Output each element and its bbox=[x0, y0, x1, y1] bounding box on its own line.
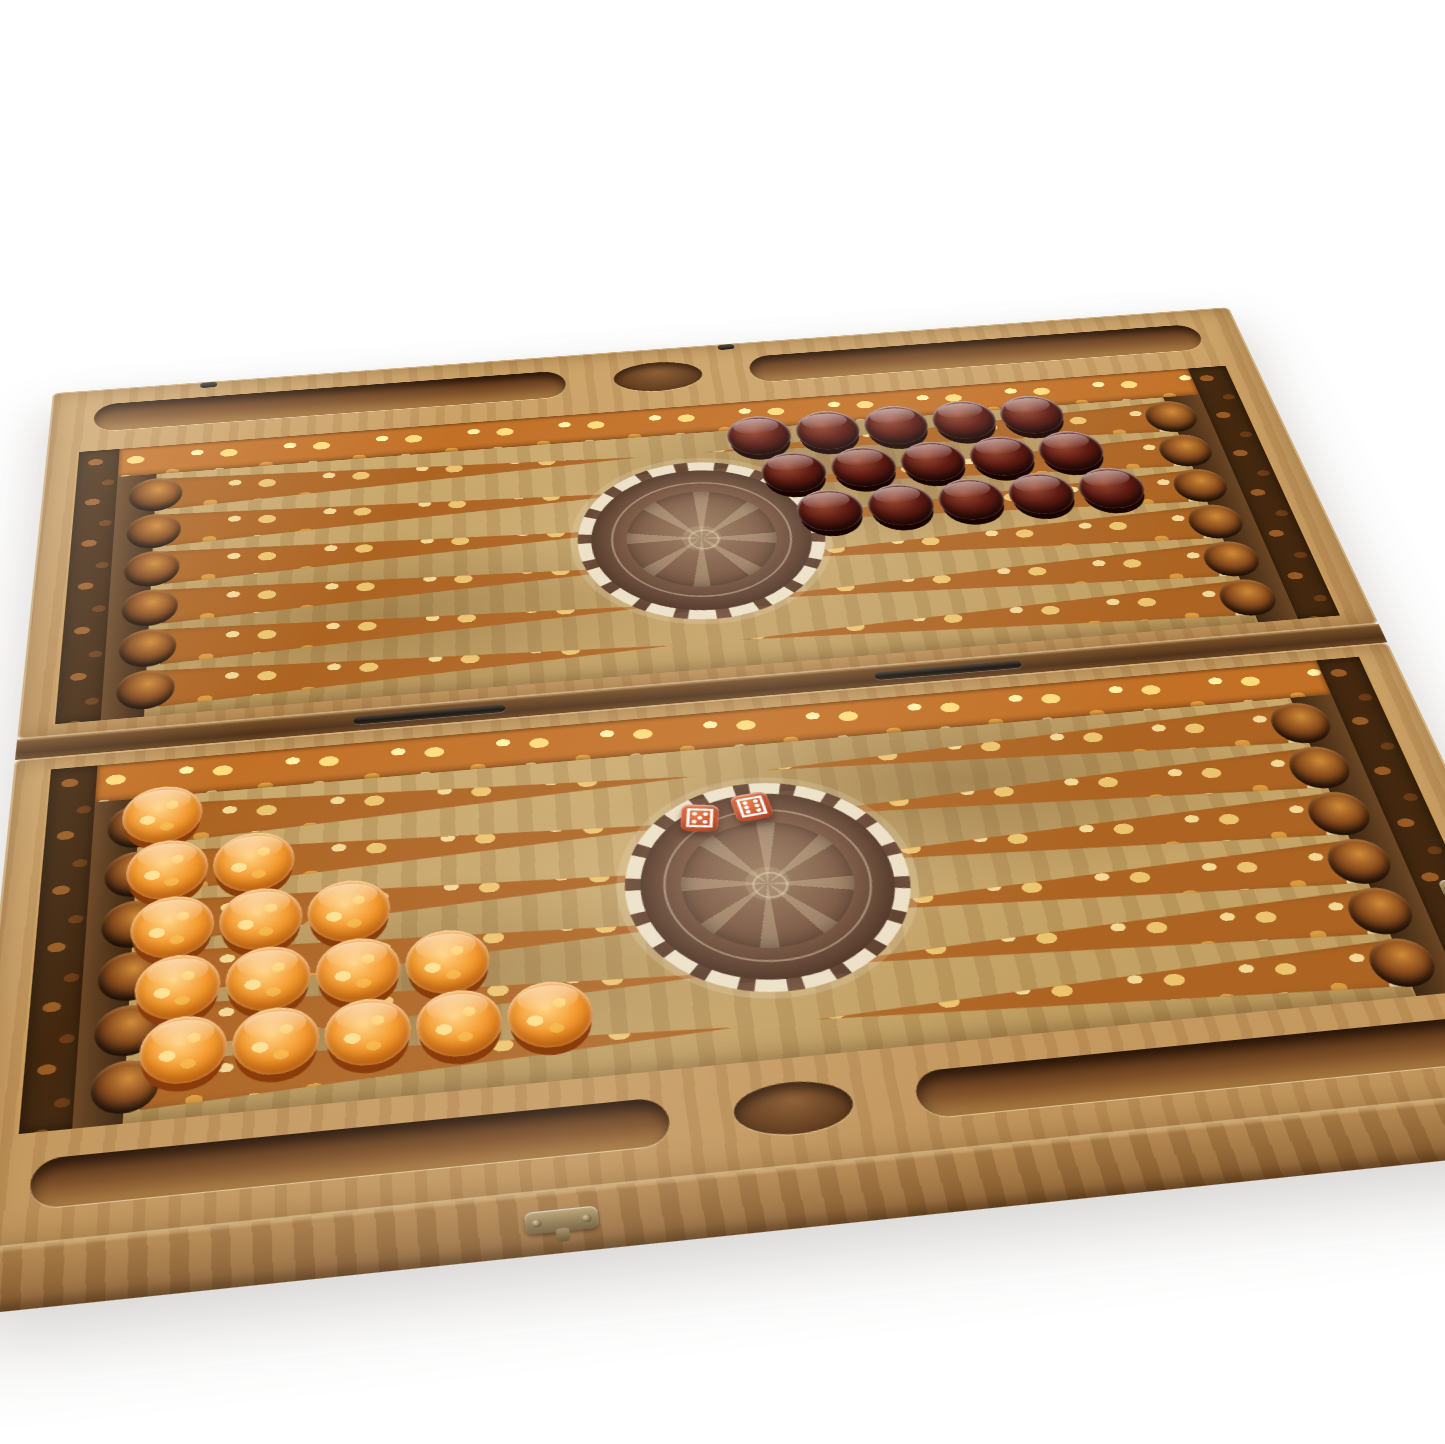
backgammon-case: ⚄⚅ bbox=[0, 307, 1445, 1316]
backgammon-case-scene: ⚄⚅ bbox=[0, 307, 1445, 1316]
checker-amber[interactable] bbox=[219, 885, 303, 953]
checker-dark[interactable] bbox=[863, 482, 939, 528]
finger-recess[interactable] bbox=[612, 359, 706, 394]
die-5[interactable]: ⚄ bbox=[680, 804, 719, 831]
checker-amber[interactable] bbox=[307, 877, 392, 945]
checker-amber[interactable] bbox=[212, 829, 295, 894]
latch-pin-barrel bbox=[556, 1227, 571, 1242]
finger-recess[interactable] bbox=[730, 1077, 858, 1140]
checker-dark[interactable] bbox=[827, 445, 901, 489]
checker-dark[interactable] bbox=[933, 476, 1010, 521]
latch-pin[interactable] bbox=[524, 1205, 599, 1235]
